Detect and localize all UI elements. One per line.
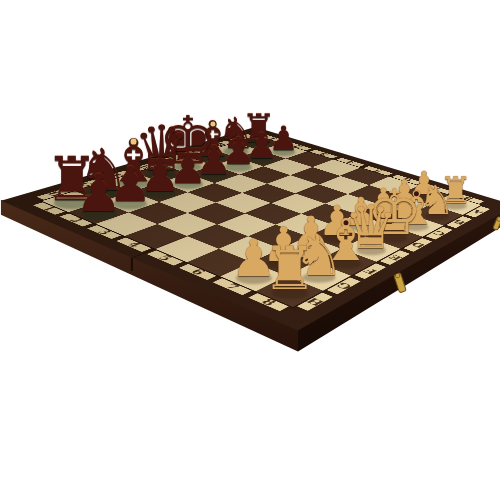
- rank-label-right-5: 5: [371, 168, 384, 173]
- rank-label-6: 6: [188, 268, 207, 276]
- rank-label-right-3: 3: [317, 152, 330, 156]
- rank-label-3: 3: [95, 228, 113, 235]
- rank-label-4: 4: [124, 241, 143, 248]
- piece-white-rook-h8[interactable]: ♜: [263, 239, 317, 299]
- chess-set-photo: 11HH22GG33FF44EE55DD66CC77BB88AA ♜♞♟♝♟♚♟…: [0, 0, 500, 500]
- file-label-A: A: [470, 209, 485, 215]
- bishop-tip-finial: [131, 139, 137, 145]
- piece-black-pawn-h2[interactable]: ♟: [75, 168, 121, 220]
- rank-label-right-4: 4: [344, 160, 357, 165]
- rank-label-5: 5: [155, 254, 174, 262]
